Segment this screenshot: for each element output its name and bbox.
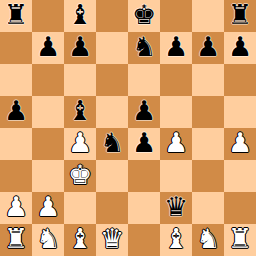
square-e3[interactable] xyxy=(128,160,160,192)
square-e4[interactable]: ♟ xyxy=(128,128,160,160)
square-h2[interactable] xyxy=(224,192,256,224)
square-a7[interactable] xyxy=(0,32,32,64)
square-c1[interactable]: ♝ xyxy=(64,224,96,256)
square-b8[interactable] xyxy=(32,0,64,32)
piece-white-bishop[interactable]: ♝ xyxy=(68,223,92,255)
piece-black-rook[interactable]: ♜ xyxy=(4,0,28,31)
square-g5[interactable] xyxy=(192,96,224,128)
square-g8[interactable] xyxy=(192,0,224,32)
square-c3[interactable]: ♚ xyxy=(64,160,96,192)
square-b1[interactable]: ♞ xyxy=(32,224,64,256)
square-d2[interactable] xyxy=(96,192,128,224)
piece-white-king[interactable]: ♚ xyxy=(68,159,92,191)
piece-black-knight[interactable]: ♞ xyxy=(132,31,156,63)
square-g3[interactable] xyxy=(192,160,224,192)
square-a3[interactable] xyxy=(0,160,32,192)
square-h6[interactable] xyxy=(224,64,256,96)
square-e2[interactable] xyxy=(128,192,160,224)
square-e7[interactable]: ♞ xyxy=(128,32,160,64)
square-f5[interactable] xyxy=(160,96,192,128)
piece-black-bishop[interactable]: ♝ xyxy=(68,95,92,127)
square-h1[interactable]: ♜ xyxy=(224,224,256,256)
square-f3[interactable] xyxy=(160,160,192,192)
square-a6[interactable] xyxy=(0,64,32,96)
square-f2[interactable]: ♛ xyxy=(160,192,192,224)
square-g7[interactable]: ♟ xyxy=(192,32,224,64)
square-a1[interactable]: ♜ xyxy=(0,224,32,256)
square-d7[interactable] xyxy=(96,32,128,64)
square-e6[interactable] xyxy=(128,64,160,96)
square-d3[interactable] xyxy=(96,160,128,192)
square-h7[interactable]: ♟ xyxy=(224,32,256,64)
piece-white-bishop[interactable]: ♝ xyxy=(164,223,188,255)
square-c7[interactable]: ♟ xyxy=(64,32,96,64)
piece-black-pawn[interactable]: ♟ xyxy=(132,95,156,127)
piece-white-pawn[interactable]: ♟ xyxy=(164,127,188,159)
square-h8[interactable]: ♜ xyxy=(224,0,256,32)
square-g2[interactable] xyxy=(192,192,224,224)
chess-board: ♜♝♚♜♟♟♞♟♟♟♟♝♟♟♞♟♟♟♚♟♟♛♜♞♝♛♝♞♜ xyxy=(0,0,256,256)
square-a8[interactable]: ♜ xyxy=(0,0,32,32)
piece-white-knight[interactable]: ♞ xyxy=(36,223,60,255)
square-b5[interactable] xyxy=(32,96,64,128)
piece-white-pawn[interactable]: ♟ xyxy=(4,191,28,223)
square-f6[interactable] xyxy=(160,64,192,96)
square-h5[interactable] xyxy=(224,96,256,128)
square-h4[interactable]: ♟ xyxy=(224,128,256,160)
square-d6[interactable] xyxy=(96,64,128,96)
piece-black-pawn[interactable]: ♟ xyxy=(196,31,220,63)
square-b7[interactable]: ♟ xyxy=(32,32,64,64)
piece-white-pawn[interactable]: ♟ xyxy=(228,127,252,159)
piece-black-rook[interactable]: ♜ xyxy=(228,0,252,31)
piece-black-queen[interactable]: ♛ xyxy=(164,191,188,223)
square-d8[interactable] xyxy=(96,0,128,32)
square-a4[interactable] xyxy=(0,128,32,160)
square-c6[interactable] xyxy=(64,64,96,96)
square-c8[interactable]: ♝ xyxy=(64,0,96,32)
piece-black-king[interactable]: ♚ xyxy=(132,0,156,31)
piece-black-pawn[interactable]: ♟ xyxy=(68,31,92,63)
square-e1[interactable] xyxy=(128,224,160,256)
square-c5[interactable]: ♝ xyxy=(64,96,96,128)
square-c4[interactable]: ♟ xyxy=(64,128,96,160)
square-a2[interactable]: ♟ xyxy=(0,192,32,224)
square-g4[interactable] xyxy=(192,128,224,160)
square-e8[interactable]: ♚ xyxy=(128,0,160,32)
square-f7[interactable]: ♟ xyxy=(160,32,192,64)
piece-black-pawn[interactable]: ♟ xyxy=(132,127,156,159)
piece-white-queen[interactable]: ♛ xyxy=(100,223,124,255)
square-f8[interactable] xyxy=(160,0,192,32)
piece-black-knight[interactable]: ♞ xyxy=(100,127,124,159)
square-c2[interactable] xyxy=(64,192,96,224)
square-b4[interactable] xyxy=(32,128,64,160)
piece-black-pawn[interactable]: ♟ xyxy=(4,95,28,127)
square-b6[interactable] xyxy=(32,64,64,96)
piece-black-pawn[interactable]: ♟ xyxy=(36,31,60,63)
square-d4[interactable]: ♞ xyxy=(96,128,128,160)
piece-white-pawn[interactable]: ♟ xyxy=(36,191,60,223)
piece-white-rook[interactable]: ♜ xyxy=(4,223,28,255)
piece-black-pawn[interactable]: ♟ xyxy=(228,31,252,63)
square-b3[interactable] xyxy=(32,160,64,192)
piece-white-rook[interactable]: ♜ xyxy=(228,223,252,255)
square-h3[interactable] xyxy=(224,160,256,192)
square-f4[interactable]: ♟ xyxy=(160,128,192,160)
square-a5[interactable]: ♟ xyxy=(0,96,32,128)
square-g6[interactable] xyxy=(192,64,224,96)
piece-white-knight[interactable]: ♞ xyxy=(196,223,220,255)
square-d5[interactable] xyxy=(96,96,128,128)
piece-black-bishop[interactable]: ♝ xyxy=(68,0,92,31)
square-d1[interactable]: ♛ xyxy=(96,224,128,256)
square-e5[interactable]: ♟ xyxy=(128,96,160,128)
piece-black-pawn[interactable]: ♟ xyxy=(164,31,188,63)
square-f1[interactable]: ♝ xyxy=(160,224,192,256)
piece-white-pawn[interactable]: ♟ xyxy=(68,127,92,159)
square-b2[interactable]: ♟ xyxy=(32,192,64,224)
square-g1[interactable]: ♞ xyxy=(192,224,224,256)
